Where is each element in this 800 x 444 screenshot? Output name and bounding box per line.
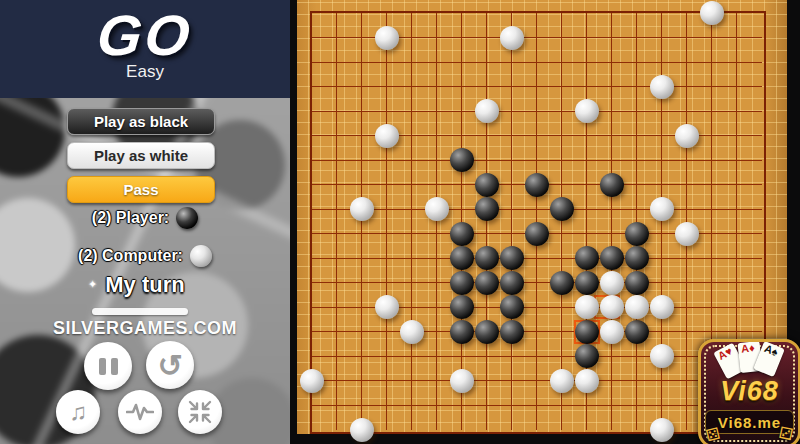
white-stone [375, 295, 399, 319]
white-stone [650, 197, 674, 221]
play-as-white-button[interactable]: Play as white [67, 142, 215, 169]
white-stone [675, 124, 699, 148]
white-stone [650, 418, 674, 442]
white-stone [650, 75, 674, 99]
black-stone [475, 173, 499, 197]
white-stone [500, 26, 524, 50]
pause-button[interactable] [84, 342, 132, 390]
black-stone [550, 271, 574, 295]
pass-button[interactable]: Pass [67, 176, 215, 203]
black-stone [625, 320, 649, 344]
black-stone [575, 246, 599, 270]
turn-progress-bar [92, 308, 188, 315]
black-stone [625, 246, 649, 270]
sidebar-header: GO Easy [0, 0, 290, 98]
vi68-watermark: A♥ A♦ A♠ Vi68 Vi68.me ⚄ ⚂ [698, 339, 800, 444]
black-stone [450, 222, 474, 246]
go-board[interactable]: A♥ A♦ A♠ Vi68 Vi68.me ⚄ ⚂ [290, 0, 800, 444]
white-stone [350, 418, 374, 442]
white-stone [600, 320, 624, 344]
watermark-title: Vi68 [701, 376, 798, 407]
black-stone [450, 271, 474, 295]
sound-toggle-button[interactable] [118, 390, 162, 434]
sound-wave-icon [126, 402, 154, 422]
black-stone [500, 246, 524, 270]
black-stone [600, 246, 624, 270]
restart-icon: ↺ [157, 348, 182, 383]
music-icon: ♫ [69, 398, 87, 426]
game-logo: GO [0, 2, 290, 68]
go-game-screen: GO Easy Play as black Play as white Pass… [0, 0, 800, 444]
exit-fullscreen-button[interactable] [178, 390, 222, 434]
white-stone [600, 271, 624, 295]
sidebar: GO Easy Play as black Play as white Pass… [0, 0, 290, 444]
player-score-row: (2) Player: [0, 207, 290, 229]
black-stone [450, 320, 474, 344]
restart-button[interactable]: ↺ [146, 341, 194, 389]
black-stone [475, 197, 499, 221]
black-stone [600, 173, 624, 197]
black-stone [450, 246, 474, 270]
white-stone [400, 320, 424, 344]
white-stone [300, 369, 324, 393]
black-stone [475, 271, 499, 295]
computer-captures-label: (2) Computer: [78, 247, 183, 265]
white-stone [575, 295, 599, 319]
black-stone [625, 271, 649, 295]
computer-score-row: (2) Computer: [0, 245, 290, 267]
black-stone [625, 222, 649, 246]
white-stone [550, 369, 574, 393]
white-stone [375, 26, 399, 50]
black-stone [525, 173, 549, 197]
white-stone [675, 222, 699, 246]
black-stone-icon [176, 207, 198, 229]
black-stone [550, 197, 574, 221]
black-stone [475, 246, 499, 270]
black-stone [575, 271, 599, 295]
black-stone [525, 222, 549, 246]
white-stone [375, 124, 399, 148]
black-stone [500, 320, 524, 344]
white-stone [425, 197, 449, 221]
white-stone [475, 99, 499, 123]
turn-indicator: My turn [0, 272, 290, 298]
white-stone [450, 369, 474, 393]
black-stone [500, 271, 524, 295]
black-stone [575, 320, 599, 344]
brand-label: SILVERGAMES.COM [0, 318, 290, 339]
pause-icon [99, 358, 106, 375]
shrink-icon [187, 399, 213, 425]
black-stone [450, 148, 474, 172]
white-stone [600, 295, 624, 319]
white-stone-icon [190, 245, 212, 267]
white-stone [625, 295, 649, 319]
white-stone [650, 344, 674, 368]
white-stone [575, 369, 599, 393]
black-stone [450, 295, 474, 319]
black-stone [575, 344, 599, 368]
black-stone [500, 295, 524, 319]
music-toggle-button[interactable]: ♫ [56, 390, 100, 434]
player-captures-label: (2) Player: [92, 209, 169, 227]
white-stone [650, 295, 674, 319]
white-stone [700, 1, 724, 25]
black-stone [475, 320, 499, 344]
white-stone [350, 197, 374, 221]
dice-icon: ⚂ [777, 423, 795, 444]
white-stone [575, 99, 599, 123]
play-as-black-button[interactable]: Play as black [67, 108, 215, 135]
